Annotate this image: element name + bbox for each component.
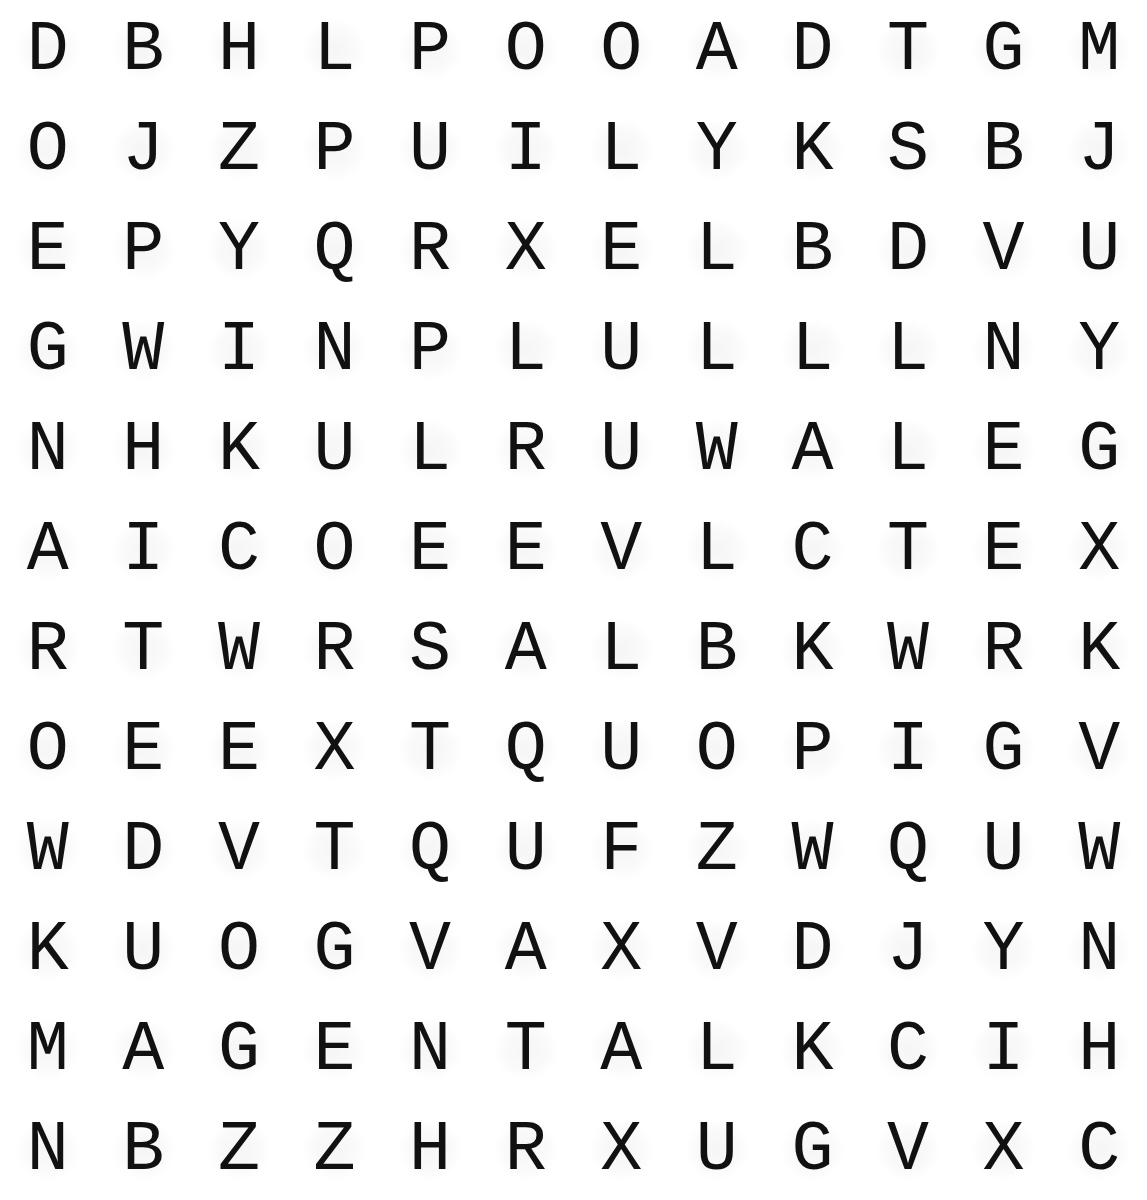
grid-cell[interactable]: X: [1051, 500, 1147, 600]
grid-cell[interactable]: Q: [478, 700, 574, 800]
grid-cell[interactable]: W: [1051, 800, 1147, 900]
grid-cell[interactable]: W: [669, 400, 765, 500]
grid-cell[interactable]: L: [669, 300, 765, 400]
grid-cell[interactable]: H: [382, 1100, 478, 1200]
grid-cell[interactable]: O: [0, 700, 96, 800]
grid-cell[interactable]: V: [669, 900, 765, 1000]
grid-cell[interactable]: U: [574, 300, 670, 400]
grid-cell[interactable]: R: [956, 600, 1052, 700]
grid-cell[interactable]: B: [96, 0, 192, 100]
grid-cell[interactable]: X: [956, 1100, 1052, 1200]
grid-cell[interactable]: L: [574, 600, 670, 700]
grid-cell[interactable]: W: [191, 600, 287, 700]
grid-cell[interactable]: L: [765, 300, 861, 400]
grid-cell[interactable]: E: [574, 200, 670, 300]
grid-cell[interactable]: O: [0, 100, 96, 200]
grid-cell[interactable]: U: [287, 400, 383, 500]
grid-cell[interactable]: P: [382, 0, 478, 100]
grid-cell[interactable]: T: [382, 700, 478, 800]
grid-cell[interactable]: A: [669, 0, 765, 100]
grid-cell[interactable]: J: [1051, 100, 1147, 200]
grid-cell[interactable]: X: [574, 900, 670, 1000]
grid-cell[interactable]: L: [860, 400, 956, 500]
grid-cell[interactable]: C: [765, 500, 861, 600]
grid-cell[interactable]: E: [191, 700, 287, 800]
grid-cell[interactable]: E: [0, 200, 96, 300]
grid-cell[interactable]: P: [382, 300, 478, 400]
grid-cell[interactable]: K: [1051, 600, 1147, 700]
grid-cell[interactable]: C: [1051, 1100, 1147, 1200]
word-search-grid: DBHLPOOADTGMOJZPUILYKSBJEPYQRXELBDVUGWIN…: [0, 0, 1147, 1200]
grid-cell[interactable]: Y: [956, 900, 1052, 1000]
grid-cell[interactable]: Z: [191, 100, 287, 200]
grid-cell[interactable]: H: [96, 400, 192, 500]
grid-cell[interactable]: D: [96, 800, 192, 900]
grid-cell[interactable]: J: [860, 900, 956, 1000]
grid-cell[interactable]: N: [287, 300, 383, 400]
grid-cell[interactable]: L: [669, 500, 765, 600]
grid-cell[interactable]: P: [287, 100, 383, 200]
grid-cell[interactable]: Y: [191, 200, 287, 300]
grid-cell[interactable]: P: [765, 700, 861, 800]
grid-cell[interactable]: V: [191, 800, 287, 900]
word-search-page: DBHLPOOADTGMOJZPUILYKSBJEPYQRXELBDVUGWIN…: [0, 0, 1147, 1200]
grid-cell[interactable]: O: [287, 500, 383, 600]
grid-cell[interactable]: U: [956, 800, 1052, 900]
grid-cell[interactable]: R: [287, 600, 383, 700]
grid-cell[interactable]: R: [0, 600, 96, 700]
grid-cell[interactable]: I: [96, 500, 192, 600]
grid-cell[interactable]: R: [478, 1100, 574, 1200]
grid-cell[interactable]: K: [0, 900, 96, 1000]
grid-cell[interactable]: R: [478, 400, 574, 500]
grid-cell[interactable]: E: [956, 500, 1052, 600]
grid-cell[interactable]: E: [287, 1000, 383, 1100]
grid-cell[interactable]: B: [96, 1100, 192, 1200]
grid-cell[interactable]: H: [191, 0, 287, 100]
grid-cell[interactable]: G: [0, 300, 96, 400]
grid-cell[interactable]: L: [478, 300, 574, 400]
grid-cell[interactable]: Z: [669, 800, 765, 900]
grid-cell[interactable]: D: [860, 200, 956, 300]
grid-cell[interactable]: U: [574, 400, 670, 500]
grid-cell[interactable]: N: [0, 400, 96, 500]
grid-cell[interactable]: O: [669, 700, 765, 800]
grid-cell[interactable]: O: [574, 0, 670, 100]
grid-cell[interactable]: T: [96, 600, 192, 700]
grid-cell[interactable]: K: [765, 600, 861, 700]
grid-cell[interactable]: U: [669, 1100, 765, 1200]
grid-cell[interactable]: K: [765, 1000, 861, 1100]
grid-cell[interactable]: A: [478, 600, 574, 700]
grid-cell[interactable]: N: [956, 300, 1052, 400]
grid-cell[interactable]: V: [574, 500, 670, 600]
grid-cell[interactable]: X: [574, 1100, 670, 1200]
grid-cell[interactable]: H: [1051, 1000, 1147, 1100]
grid-cell[interactable]: R: [382, 200, 478, 300]
grid-cell[interactable]: L: [287, 0, 383, 100]
grid-cell[interactable]: Q: [382, 800, 478, 900]
grid-cell[interactable]: E: [96, 700, 192, 800]
grid-cell[interactable]: G: [287, 900, 383, 1000]
grid-cell[interactable]: B: [669, 600, 765, 700]
grid-cell[interactable]: L: [669, 1000, 765, 1100]
grid-cell[interactable]: U: [96, 900, 192, 1000]
grid-cell[interactable]: U: [574, 700, 670, 800]
grid-cell[interactable]: A: [574, 1000, 670, 1100]
grid-cell[interactable]: G: [956, 0, 1052, 100]
grid-cell[interactable]: A: [96, 1000, 192, 1100]
grid-cell[interactable]: E: [956, 400, 1052, 500]
grid-cell[interactable]: K: [765, 100, 861, 200]
grid-cell[interactable]: U: [382, 100, 478, 200]
grid-cell[interactable]: Q: [860, 800, 956, 900]
grid-cell[interactable]: U: [478, 800, 574, 900]
grid-cell[interactable]: E: [382, 500, 478, 600]
grid-cell[interactable]: Q: [287, 200, 383, 300]
grid-cell[interactable]: N: [1051, 900, 1147, 1000]
grid-cell[interactable]: U: [1051, 200, 1147, 300]
grid-cell[interactable]: T: [860, 0, 956, 100]
grid-cell[interactable]: Y: [1051, 300, 1147, 400]
grid-cell[interactable]: I: [956, 1000, 1052, 1100]
grid-cell[interactable]: L: [669, 200, 765, 300]
grid-cell[interactable]: Y: [669, 100, 765, 200]
grid-cell[interactable]: T: [287, 800, 383, 900]
grid-cell[interactable]: I: [860, 700, 956, 800]
grid-cell[interactable]: D: [765, 0, 861, 100]
grid-cell[interactable]: D: [765, 900, 861, 1000]
grid-cell[interactable]: L: [574, 100, 670, 200]
grid-cell[interactable]: T: [860, 500, 956, 600]
grid-cell[interactable]: F: [574, 800, 670, 900]
grid-cell[interactable]: B: [765, 200, 861, 300]
grid-cell[interactable]: M: [0, 1000, 96, 1100]
grid-cell[interactable]: S: [382, 600, 478, 700]
grid-cell[interactable]: A: [765, 400, 861, 500]
grid-cell[interactable]: G: [956, 700, 1052, 800]
grid-cell[interactable]: I: [478, 100, 574, 200]
grid-cell[interactable]: I: [191, 300, 287, 400]
grid-cell[interactable]: W: [0, 800, 96, 900]
grid-cell[interactable]: B: [956, 100, 1052, 200]
grid-cell[interactable]: C: [191, 500, 287, 600]
grid-cell[interactable]: V: [1051, 700, 1147, 800]
grid-cell[interactable]: A: [478, 900, 574, 1000]
grid-cell[interactable]: G: [191, 1000, 287, 1100]
grid-cell[interactable]: G: [1051, 400, 1147, 500]
grid-cell[interactable]: Z: [191, 1100, 287, 1200]
grid-cell[interactable]: N: [382, 1000, 478, 1100]
grid-cell[interactable]: V: [956, 200, 1052, 300]
grid-cell[interactable]: J: [96, 100, 192, 200]
grid-cell[interactable]: Z: [287, 1100, 383, 1200]
grid-cell[interactable]: N: [0, 1100, 96, 1200]
grid-cell[interactable]: T: [478, 1000, 574, 1100]
grid-cell[interactable]: L: [860, 300, 956, 400]
grid-cell[interactable]: P: [96, 200, 192, 300]
grid-cell[interactable]: A: [0, 500, 96, 600]
grid-cell[interactable]: W: [860, 600, 956, 700]
grid-cell[interactable]: E: [478, 500, 574, 600]
grid-cell[interactable]: X: [287, 700, 383, 800]
grid-cell[interactable]: W: [96, 300, 192, 400]
grid-cell[interactable]: D: [0, 0, 96, 100]
grid-cell[interactable]: V: [860, 1100, 956, 1200]
grid-cell[interactable]: K: [191, 400, 287, 500]
grid-cell[interactable]: W: [765, 800, 861, 900]
grid-cell[interactable]: O: [478, 0, 574, 100]
grid-cell[interactable]: X: [478, 200, 574, 300]
grid-cell[interactable]: G: [765, 1100, 861, 1200]
grid-cell[interactable]: C: [860, 1000, 956, 1100]
grid-cell[interactable]: V: [382, 900, 478, 1000]
grid-cell[interactable]: O: [191, 900, 287, 1000]
grid-cell[interactable]: M: [1051, 0, 1147, 100]
grid-cell[interactable]: S: [860, 100, 956, 200]
grid-cell[interactable]: L: [382, 400, 478, 500]
